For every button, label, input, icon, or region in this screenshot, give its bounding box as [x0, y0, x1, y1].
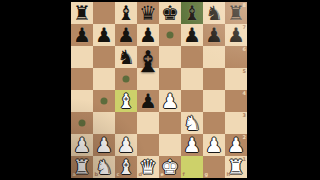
coord-file-b: b: [95, 172, 99, 177]
black-pawn-f7[interactable]: ♟: [183, 24, 201, 46]
square-g1[interactable]: g: [203, 156, 225, 178]
square-d8[interactable]: ♛: [137, 2, 159, 24]
square-e3[interactable]: [159, 112, 181, 134]
square-c3[interactable]: [115, 112, 137, 134]
black-rook-a8[interactable]: ♜: [73, 2, 91, 24]
black-pawn-c7[interactable]: ♟: [117, 24, 135, 46]
square-b4[interactable]: [93, 90, 115, 112]
video-frame: ♜♝♛♚♝♞8♜♟♟♟♟♟♟7♟♞65♝♟♟4♞3♟♟♟♟♟2♟a♜b♞c♝d♛…: [0, 0, 320, 180]
coord-rank-1: 1: [243, 157, 246, 162]
square-f3[interactable]: ♞: [181, 112, 203, 134]
square-b5[interactable]: [93, 68, 115, 90]
black-pawn-d4[interactable]: ♟: [139, 90, 157, 112]
coord-rank-7: 7: [243, 25, 246, 30]
square-d3[interactable]: [137, 112, 159, 134]
coord-file-g: g: [205, 172, 209, 177]
coord-file-d: d: [139, 172, 143, 177]
square-g7[interactable]: ♟: [203, 24, 225, 46]
square-a2[interactable]: ♟: [71, 134, 93, 156]
black-pawn-d7[interactable]: ♟: [139, 24, 157, 46]
square-h4[interactable]: 4: [225, 90, 247, 112]
coord-rank-2: 2: [243, 135, 246, 140]
coord-file-c: c: [117, 172, 120, 177]
coord-file-a: a: [73, 172, 76, 177]
square-f7[interactable]: ♟: [181, 24, 203, 46]
black-pawn-g7[interactable]: ♟: [205, 24, 223, 46]
dragged-black-bishop[interactable]: ♝: [135, 47, 162, 77]
square-a3[interactable]: [71, 112, 93, 134]
board-grid: ♜♝♛♚♝♞8♜♟♟♟♟♟♟7♟♞65♝♟♟4♞3♟♟♟♟♟2♟a♜b♞c♝d♛…: [71, 2, 247, 178]
square-g8[interactable]: ♞: [203, 2, 225, 24]
square-e8[interactable]: ♚: [159, 2, 181, 24]
black-queen-d8[interactable]: ♛: [139, 2, 157, 24]
square-c4[interactable]: ♝: [115, 90, 137, 112]
square-h5[interactable]: 5: [225, 68, 247, 90]
black-knight-c6[interactable]: ♞: [117, 46, 135, 68]
square-e6[interactable]: [159, 46, 181, 68]
square-a6[interactable]: [71, 46, 93, 68]
move-hint-dot-c5[interactable]: [123, 76, 130, 83]
move-hint-dot-e7[interactable]: [167, 32, 174, 39]
square-b7[interactable]: ♟: [93, 24, 115, 46]
square-h1[interactable]: 1h♜: [225, 156, 247, 178]
square-c1[interactable]: c♝: [115, 156, 137, 178]
square-b1[interactable]: b♞: [93, 156, 115, 178]
square-a1[interactable]: a♜: [71, 156, 93, 178]
square-g4[interactable]: [203, 90, 225, 112]
square-h7[interactable]: 7♟: [225, 24, 247, 46]
square-g6[interactable]: [203, 46, 225, 68]
square-e4[interactable]: ♟: [159, 90, 181, 112]
square-f2[interactable]: ♟: [181, 134, 203, 156]
square-h2[interactable]: 2♟: [225, 134, 247, 156]
square-h6[interactable]: 6: [225, 46, 247, 68]
pillarbox-left: [0, 0, 71, 180]
square-c2[interactable]: ♟: [115, 134, 137, 156]
coord-file-h: h: [227, 172, 231, 177]
chess-board[interactable]: ♜♝♛♚♝♞8♜♟♟♟♟♟♟7♟♞65♝♟♟4♞3♟♟♟♟♟2♟a♜b♞c♝d♛…: [71, 2, 247, 178]
square-g2[interactable]: ♟: [203, 134, 225, 156]
square-c8[interactable]: ♝: [115, 2, 137, 24]
square-e1[interactable]: e♚: [159, 156, 181, 178]
white-pawn-b2[interactable]: ♟: [95, 134, 113, 156]
square-d2[interactable]: [137, 134, 159, 156]
white-pawn-g2[interactable]: ♟: [205, 134, 223, 156]
square-g5[interactable]: [203, 68, 225, 90]
white-pawn-e4[interactable]: ♟: [161, 90, 179, 112]
square-f5[interactable]: [181, 68, 203, 90]
square-a5[interactable]: [71, 68, 93, 90]
black-bishop-c8[interactable]: ♝: [117, 2, 135, 24]
black-king-e8[interactable]: ♚: [161, 2, 179, 24]
coord-rank-6: 6: [243, 47, 246, 52]
white-pawn-a2[interactable]: ♟: [73, 134, 91, 156]
square-f1[interactable]: f: [181, 156, 203, 178]
move-hint-dot-b4[interactable]: [101, 98, 108, 105]
coord-rank-5: 5: [243, 69, 246, 74]
square-d7[interactable]: ♟: [137, 24, 159, 46]
square-a7[interactable]: ♟: [71, 24, 93, 46]
square-b8[interactable]: [93, 2, 115, 24]
square-e7[interactable]: [159, 24, 181, 46]
square-d4[interactable]: ♟: [137, 90, 159, 112]
square-e2[interactable]: [159, 134, 181, 156]
pillarbox-right: [247, 0, 320, 180]
square-f6[interactable]: [181, 46, 203, 68]
black-pawn-b7[interactable]: ♟: [95, 24, 113, 46]
square-a4[interactable]: [71, 90, 93, 112]
square-b3[interactable]: [93, 112, 115, 134]
coord-file-f: f: [183, 172, 185, 177]
square-f4[interactable]: [181, 90, 203, 112]
coord-rank-3: 3: [243, 113, 246, 118]
square-d1[interactable]: d♛: [137, 156, 159, 178]
square-b6[interactable]: [93, 46, 115, 68]
black-pawn-a7[interactable]: ♟: [73, 24, 91, 46]
white-pawn-c2[interactable]: ♟: [117, 134, 135, 156]
square-f8[interactable]: ♝: [181, 2, 203, 24]
white-bishop-c1[interactable]: ♝: [117, 156, 135, 178]
move-hint-dot-a3[interactable]: [79, 120, 86, 127]
square-b2[interactable]: ♟: [93, 134, 115, 156]
black-knight-g8[interactable]: ♞: [205, 2, 223, 24]
coord-rank-4: 4: [243, 91, 246, 96]
white-pawn-f2[interactable]: ♟: [183, 134, 201, 156]
square-c7[interactable]: ♟: [115, 24, 137, 46]
square-a8[interactable]: ♜: [71, 2, 93, 24]
white-bishop-c4[interactable]: ♝: [117, 90, 135, 112]
coord-file-e: e: [161, 172, 164, 177]
square-h8[interactable]: 8♜: [225, 2, 247, 24]
square-g3[interactable]: [203, 112, 225, 134]
square-h3[interactable]: 3: [225, 112, 247, 134]
white-knight-f3[interactable]: ♞: [183, 112, 201, 134]
coord-rank-8: 8: [243, 3, 246, 8]
square-e5[interactable]: [159, 68, 181, 90]
black-bishop-f8[interactable]: ♝: [183, 2, 201, 24]
